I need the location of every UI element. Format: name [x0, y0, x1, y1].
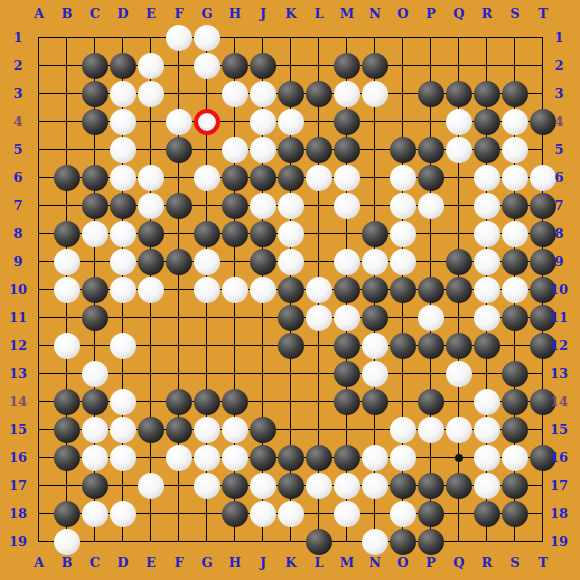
intersection-F18[interactable]: [165, 500, 193, 528]
intersection-M8[interactable]: [333, 220, 361, 248]
intersection-K3[interactable]: [277, 80, 305, 108]
intersection-K5[interactable]: [277, 136, 305, 164]
intersection-O16[interactable]: [389, 444, 417, 472]
intersection-F5[interactable]: [165, 136, 193, 164]
intersection-H4[interactable]: [221, 108, 249, 136]
intersection-B11[interactable]: [53, 304, 81, 332]
intersection-D15[interactable]: [109, 416, 137, 444]
intersection-H13[interactable]: [221, 360, 249, 388]
intersection-N14[interactable]: [361, 388, 389, 416]
intersection-G11[interactable]: [193, 304, 221, 332]
intersection-L11[interactable]: [305, 304, 333, 332]
intersection-S19[interactable]: [501, 528, 529, 556]
intersection-R19[interactable]: [473, 528, 501, 556]
intersection-K19[interactable]: [277, 528, 305, 556]
intersection-F15[interactable]: [165, 416, 193, 444]
intersection-O1[interactable]: [389, 24, 417, 52]
intersection-F12[interactable]: [165, 332, 193, 360]
intersection-B9[interactable]: [53, 248, 81, 276]
intersection-R6[interactable]: [473, 164, 501, 192]
intersection-L19[interactable]: [305, 528, 333, 556]
intersection-D10[interactable]: [109, 276, 137, 304]
intersection-H9[interactable]: [221, 248, 249, 276]
intersection-E15[interactable]: [137, 416, 165, 444]
intersection-B18[interactable]: [53, 500, 81, 528]
intersection-E9[interactable]: [137, 248, 165, 276]
intersection-E10[interactable]: [137, 276, 165, 304]
intersection-N2[interactable]: [361, 52, 389, 80]
intersection-J9[interactable]: [249, 248, 277, 276]
intersection-G10[interactable]: [193, 276, 221, 304]
intersection-P3[interactable]: [417, 80, 445, 108]
intersection-R16[interactable]: [473, 444, 501, 472]
intersection-R8[interactable]: [473, 220, 501, 248]
intersection-L7[interactable]: [305, 192, 333, 220]
intersection-P8[interactable]: [417, 220, 445, 248]
intersection-F8[interactable]: [165, 220, 193, 248]
intersection-C11[interactable]: [81, 304, 109, 332]
intersection-M13[interactable]: [333, 360, 361, 388]
intersection-O12[interactable]: [389, 332, 417, 360]
intersection-J2[interactable]: [249, 52, 277, 80]
intersection-P6[interactable]: [417, 164, 445, 192]
intersection-E16[interactable]: [137, 444, 165, 472]
intersection-Q5[interactable]: [445, 136, 473, 164]
intersection-C12[interactable]: [81, 332, 109, 360]
intersection-K8[interactable]: [277, 220, 305, 248]
intersection-N11[interactable]: [361, 304, 389, 332]
intersection-E2[interactable]: [137, 52, 165, 80]
intersection-P16[interactable]: [417, 444, 445, 472]
intersection-S3[interactable]: [501, 80, 529, 108]
intersection-L12[interactable]: [305, 332, 333, 360]
intersection-F19[interactable]: [165, 528, 193, 556]
intersection-F17[interactable]: [165, 472, 193, 500]
intersection-S4[interactable]: [501, 108, 529, 136]
intersection-F1[interactable]: [165, 24, 193, 52]
intersection-N7[interactable]: [361, 192, 389, 220]
intersection-N4[interactable]: [361, 108, 389, 136]
intersection-M1[interactable]: [333, 24, 361, 52]
intersection-K13[interactable]: [277, 360, 305, 388]
intersection-E4[interactable]: [137, 108, 165, 136]
intersection-F6[interactable]: [165, 164, 193, 192]
intersection-D4[interactable]: [109, 108, 137, 136]
intersection-Q6[interactable]: [445, 164, 473, 192]
intersection-K18[interactable]: [277, 500, 305, 528]
intersection-C16[interactable]: [81, 444, 109, 472]
intersection-E13[interactable]: [137, 360, 165, 388]
intersection-M12[interactable]: [333, 332, 361, 360]
intersection-R7[interactable]: [473, 192, 501, 220]
intersection-L2[interactable]: [305, 52, 333, 80]
intersection-N17[interactable]: [361, 472, 389, 500]
intersection-C9[interactable]: [81, 248, 109, 276]
intersection-R17[interactable]: [473, 472, 501, 500]
intersection-Q13[interactable]: [445, 360, 473, 388]
intersection-S10[interactable]: [501, 276, 529, 304]
intersection-O14[interactable]: [389, 388, 417, 416]
intersection-M6[interactable]: [333, 164, 361, 192]
intersection-J6[interactable]: [249, 164, 277, 192]
intersection-P13[interactable]: [417, 360, 445, 388]
intersection-B1[interactable]: [53, 24, 81, 52]
intersection-J16[interactable]: [249, 444, 277, 472]
intersection-E12[interactable]: [137, 332, 165, 360]
intersection-N8[interactable]: [361, 220, 389, 248]
intersection-M17[interactable]: [333, 472, 361, 500]
intersection-G7[interactable]: [193, 192, 221, 220]
intersection-R1[interactable]: [473, 24, 501, 52]
intersection-F11[interactable]: [165, 304, 193, 332]
intersection-J8[interactable]: [249, 220, 277, 248]
intersection-G17[interactable]: [193, 472, 221, 500]
intersection-G9[interactable]: [193, 248, 221, 276]
intersection-C15[interactable]: [81, 416, 109, 444]
intersection-G8[interactable]: [193, 220, 221, 248]
intersection-P11[interactable]: [417, 304, 445, 332]
intersection-N1[interactable]: [361, 24, 389, 52]
intersection-C4[interactable]: [81, 108, 109, 136]
intersection-O8[interactable]: [389, 220, 417, 248]
intersection-D7[interactable]: [109, 192, 137, 220]
intersection-H12[interactable]: [221, 332, 249, 360]
intersection-P15[interactable]: [417, 416, 445, 444]
intersection-J13[interactable]: [249, 360, 277, 388]
intersection-H15[interactable]: [221, 416, 249, 444]
intersection-D2[interactable]: [109, 52, 137, 80]
intersection-M2[interactable]: [333, 52, 361, 80]
intersection-R18[interactable]: [473, 500, 501, 528]
intersection-B15[interactable]: [53, 416, 81, 444]
intersection-E5[interactable]: [137, 136, 165, 164]
intersection-K7[interactable]: [277, 192, 305, 220]
intersection-Q3[interactable]: [445, 80, 473, 108]
intersection-B13[interactable]: [53, 360, 81, 388]
intersection-L6[interactable]: [305, 164, 333, 192]
intersection-R4[interactable]: [473, 108, 501, 136]
intersection-D3[interactable]: [109, 80, 137, 108]
intersection-E3[interactable]: [137, 80, 165, 108]
intersection-O10[interactable]: [389, 276, 417, 304]
intersection-B2[interactable]: [53, 52, 81, 80]
intersection-P17[interactable]: [417, 472, 445, 500]
intersection-M3[interactable]: [333, 80, 361, 108]
intersection-K12[interactable]: [277, 332, 305, 360]
intersection-F4[interactable]: [165, 108, 193, 136]
intersection-N15[interactable]: [361, 416, 389, 444]
intersection-J1[interactable]: [249, 24, 277, 52]
intersection-H10[interactable]: [221, 276, 249, 304]
intersection-B5[interactable]: [53, 136, 81, 164]
intersection-K11[interactable]: [277, 304, 305, 332]
intersection-C3[interactable]: [81, 80, 109, 108]
intersection-D9[interactable]: [109, 248, 137, 276]
intersection-D16[interactable]: [109, 444, 137, 472]
intersection-F9[interactable]: [165, 248, 193, 276]
intersection-Q17[interactable]: [445, 472, 473, 500]
intersection-C2[interactable]: [81, 52, 109, 80]
intersection-C17[interactable]: [81, 472, 109, 500]
intersection-E17[interactable]: [137, 472, 165, 500]
intersection-S18[interactable]: [501, 500, 529, 528]
intersection-Q14[interactable]: [445, 388, 473, 416]
intersection-K16[interactable]: [277, 444, 305, 472]
intersection-D12[interactable]: [109, 332, 137, 360]
intersection-D6[interactable]: [109, 164, 137, 192]
intersection-D18[interactable]: [109, 500, 137, 528]
intersection-M11[interactable]: [333, 304, 361, 332]
intersection-O11[interactable]: [389, 304, 417, 332]
intersection-R13[interactable]: [473, 360, 501, 388]
intersection-O3[interactable]: [389, 80, 417, 108]
intersection-H16[interactable]: [221, 444, 249, 472]
intersection-H11[interactable]: [221, 304, 249, 332]
intersection-L4[interactable]: [305, 108, 333, 136]
intersection-J3[interactable]: [249, 80, 277, 108]
intersection-E18[interactable]: [137, 500, 165, 528]
intersection-Q11[interactable]: [445, 304, 473, 332]
intersection-O19[interactable]: [389, 528, 417, 556]
intersection-G6[interactable]: [193, 164, 221, 192]
intersection-Q8[interactable]: [445, 220, 473, 248]
intersection-E14[interactable]: [137, 388, 165, 416]
intersection-L1[interactable]: [305, 24, 333, 52]
intersection-S15[interactable]: [501, 416, 529, 444]
intersection-P4[interactable]: [417, 108, 445, 136]
intersection-C7[interactable]: [81, 192, 109, 220]
intersection-J17[interactable]: [249, 472, 277, 500]
intersection-L15[interactable]: [305, 416, 333, 444]
intersection-M19[interactable]: [333, 528, 361, 556]
intersection-P1[interactable]: [417, 24, 445, 52]
intersection-C13[interactable]: [81, 360, 109, 388]
intersection-H18[interactable]: [221, 500, 249, 528]
intersection-S7[interactable]: [501, 192, 529, 220]
intersection-R2[interactable]: [473, 52, 501, 80]
intersection-G3[interactable]: [193, 80, 221, 108]
intersection-L14[interactable]: [305, 388, 333, 416]
intersection-P7[interactable]: [417, 192, 445, 220]
intersection-F3[interactable]: [165, 80, 193, 108]
intersection-B12[interactable]: [53, 332, 81, 360]
intersection-E7[interactable]: [137, 192, 165, 220]
intersection-L13[interactable]: [305, 360, 333, 388]
intersection-Q9[interactable]: [445, 248, 473, 276]
intersection-D13[interactable]: [109, 360, 137, 388]
intersection-H1[interactable]: [221, 24, 249, 52]
intersection-Q1[interactable]: [445, 24, 473, 52]
intersection-H14[interactable]: [221, 388, 249, 416]
intersection-C5[interactable]: [81, 136, 109, 164]
intersection-J18[interactable]: [249, 500, 277, 528]
intersection-J7[interactable]: [249, 192, 277, 220]
intersection-K6[interactable]: [277, 164, 305, 192]
intersection-B4[interactable]: [53, 108, 81, 136]
intersection-K1[interactable]: [277, 24, 305, 52]
intersection-J19[interactable]: [249, 528, 277, 556]
intersection-G16[interactable]: [193, 444, 221, 472]
intersection-F13[interactable]: [165, 360, 193, 388]
intersection-M10[interactable]: [333, 276, 361, 304]
intersection-S17[interactable]: [501, 472, 529, 500]
intersection-Q19[interactable]: [445, 528, 473, 556]
intersection-N13[interactable]: [361, 360, 389, 388]
intersection-C19[interactable]: [81, 528, 109, 556]
intersection-D17[interactable]: [109, 472, 137, 500]
intersection-R9[interactable]: [473, 248, 501, 276]
intersection-Q15[interactable]: [445, 416, 473, 444]
intersection-Q10[interactable]: [445, 276, 473, 304]
intersection-O2[interactable]: [389, 52, 417, 80]
intersection-K9[interactable]: [277, 248, 305, 276]
intersection-S1[interactable]: [501, 24, 529, 52]
intersection-M9[interactable]: [333, 248, 361, 276]
intersection-N3[interactable]: [361, 80, 389, 108]
intersection-M14[interactable]: [333, 388, 361, 416]
intersection-O7[interactable]: [389, 192, 417, 220]
intersection-J10[interactable]: [249, 276, 277, 304]
intersection-H3[interactable]: [221, 80, 249, 108]
intersection-R14[interactable]: [473, 388, 501, 416]
intersection-G13[interactable]: [193, 360, 221, 388]
intersection-S8[interactable]: [501, 220, 529, 248]
intersection-B17[interactable]: [53, 472, 81, 500]
intersection-G15[interactable]: [193, 416, 221, 444]
intersection-H5[interactable]: [221, 136, 249, 164]
intersection-O18[interactable]: [389, 500, 417, 528]
intersection-D14[interactable]: [109, 388, 137, 416]
intersection-N18[interactable]: [361, 500, 389, 528]
intersection-L17[interactable]: [305, 472, 333, 500]
intersection-E1[interactable]: [137, 24, 165, 52]
intersection-S14[interactable]: [501, 388, 529, 416]
intersection-Q4[interactable]: [445, 108, 473, 136]
intersection-C8[interactable]: [81, 220, 109, 248]
intersection-B16[interactable]: [53, 444, 81, 472]
intersection-L10[interactable]: [305, 276, 333, 304]
intersection-K17[interactable]: [277, 472, 305, 500]
intersection-L16[interactable]: [305, 444, 333, 472]
intersection-K4[interactable]: [277, 108, 305, 136]
intersection-H2[interactable]: [221, 52, 249, 80]
intersection-S12[interactable]: [501, 332, 529, 360]
intersection-M4[interactable]: [333, 108, 361, 136]
intersection-S6[interactable]: [501, 164, 529, 192]
intersection-D8[interactable]: [109, 220, 137, 248]
intersection-M7[interactable]: [333, 192, 361, 220]
intersection-O6[interactable]: [389, 164, 417, 192]
intersection-O17[interactable]: [389, 472, 417, 500]
intersection-Q16[interactable]: [445, 444, 473, 472]
intersection-G18[interactable]: [193, 500, 221, 528]
intersection-B6[interactable]: [53, 164, 81, 192]
intersection-N12[interactable]: [361, 332, 389, 360]
intersection-H8[interactable]: [221, 220, 249, 248]
intersection-L18[interactable]: [305, 500, 333, 528]
intersection-B19[interactable]: [53, 528, 81, 556]
intersection-N10[interactable]: [361, 276, 389, 304]
intersection-M5[interactable]: [333, 136, 361, 164]
intersection-K14[interactable]: [277, 388, 305, 416]
intersection-J4[interactable]: [249, 108, 277, 136]
intersection-R5[interactable]: [473, 136, 501, 164]
intersection-G1[interactable]: [193, 24, 221, 52]
intersection-P19[interactable]: [417, 528, 445, 556]
intersection-L9[interactable]: [305, 248, 333, 276]
intersection-D5[interactable]: [109, 136, 137, 164]
intersection-S13[interactable]: [501, 360, 529, 388]
intersection-G2[interactable]: [193, 52, 221, 80]
intersection-C14[interactable]: [81, 388, 109, 416]
intersection-P14[interactable]: [417, 388, 445, 416]
intersection-J15[interactable]: [249, 416, 277, 444]
intersection-P2[interactable]: [417, 52, 445, 80]
intersection-O15[interactable]: [389, 416, 417, 444]
intersection-P9[interactable]: [417, 248, 445, 276]
intersection-F7[interactable]: [165, 192, 193, 220]
intersection-H6[interactable]: [221, 164, 249, 192]
intersection-E8[interactable]: [137, 220, 165, 248]
intersection-G12[interactable]: [193, 332, 221, 360]
intersection-N6[interactable]: [361, 164, 389, 192]
intersection-Q18[interactable]: [445, 500, 473, 528]
intersection-L5[interactable]: [305, 136, 333, 164]
intersection-H17[interactable]: [221, 472, 249, 500]
intersection-S9[interactable]: [501, 248, 529, 276]
intersection-N5[interactable]: [361, 136, 389, 164]
intersection-K10[interactable]: [277, 276, 305, 304]
intersection-C18[interactable]: [81, 500, 109, 528]
intersection-E19[interactable]: [137, 528, 165, 556]
intersection-O9[interactable]: [389, 248, 417, 276]
intersection-N16[interactable]: [361, 444, 389, 472]
intersection-B8[interactable]: [53, 220, 81, 248]
intersection-M16[interactable]: [333, 444, 361, 472]
intersection-P10[interactable]: [417, 276, 445, 304]
intersection-P18[interactable]: [417, 500, 445, 528]
intersection-H7[interactable]: [221, 192, 249, 220]
intersection-J5[interactable]: [249, 136, 277, 164]
intersection-D11[interactable]: [109, 304, 137, 332]
intersection-O4[interactable]: [389, 108, 417, 136]
intersection-M18[interactable]: [333, 500, 361, 528]
intersection-Q2[interactable]: [445, 52, 473, 80]
intersection-Q7[interactable]: [445, 192, 473, 220]
intersection-F10[interactable]: [165, 276, 193, 304]
intersection-R15[interactable]: [473, 416, 501, 444]
intersection-R12[interactable]: [473, 332, 501, 360]
intersection-C6[interactable]: [81, 164, 109, 192]
intersection-G4[interactable]: [193, 108, 221, 136]
intersection-R11[interactable]: [473, 304, 501, 332]
intersection-G14[interactable]: [193, 388, 221, 416]
intersection-K15[interactable]: [277, 416, 305, 444]
intersection-B7[interactable]: [53, 192, 81, 220]
intersection-G5[interactable]: [193, 136, 221, 164]
intersection-J14[interactable]: [249, 388, 277, 416]
intersection-B10[interactable]: [53, 276, 81, 304]
intersection-C1[interactable]: [81, 24, 109, 52]
intersection-L8[interactable]: [305, 220, 333, 248]
intersection-S11[interactable]: [501, 304, 529, 332]
intersection-D19[interactable]: [109, 528, 137, 556]
intersection-B14[interactable]: [53, 388, 81, 416]
intersection-R3[interactable]: [473, 80, 501, 108]
intersection-B3[interactable]: [53, 80, 81, 108]
intersection-J12[interactable]: [249, 332, 277, 360]
intersection-L3[interactable]: [305, 80, 333, 108]
